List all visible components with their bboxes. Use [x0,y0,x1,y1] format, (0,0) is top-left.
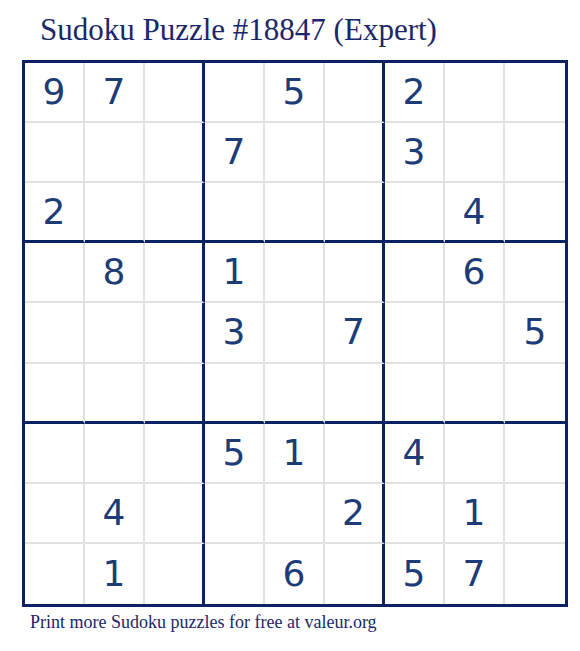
cell-r1c8 [445,63,505,123]
cell-r8c1 [25,484,85,544]
cell-r4c8: 6 [445,243,505,303]
cell-r1c6 [325,63,385,123]
cell-r7c2 [85,424,145,484]
cell-r1c1: 9 [25,63,85,123]
cell-r3c2 [85,183,145,243]
cell-r7c4: 5 [205,424,265,484]
cell-r2c1 [25,123,85,183]
cell-r6c5 [265,364,325,424]
cell-r5c1 [25,303,85,363]
cell-r3c6 [325,183,385,243]
cell-r8c6: 2 [325,484,385,544]
cell-r2c3 [145,123,205,183]
cell-r8c3 [145,484,205,544]
cell-r1c4 [205,63,265,123]
cell-r4c7 [385,243,445,303]
cell-r1c9 [505,63,565,123]
cell-r1c5: 5 [265,63,325,123]
cell-r7c7: 4 [385,424,445,484]
cell-r6c1 [25,364,85,424]
cell-r9c5: 6 [265,544,325,604]
cell-r4c3 [145,243,205,303]
cell-r3c8: 4 [445,183,505,243]
cell-r2c2 [85,123,145,183]
cell-r5c4: 3 [205,303,265,363]
cell-r7c3 [145,424,205,484]
cell-r2c7: 3 [385,123,445,183]
cell-r6c7 [385,364,445,424]
cell-r1c3 [145,63,205,123]
sudoku-grid: 975273248163755144211657 [22,60,568,607]
cell-r9c3 [145,544,205,604]
cell-r5c5 [265,303,325,363]
cell-r8c5 [265,484,325,544]
footer-text: Print more Sudoku puzzles for free at va… [30,612,377,633]
cell-r3c5 [265,183,325,243]
cell-r8c8: 1 [445,484,505,544]
cell-r6c6 [325,364,385,424]
page-title: Sudoku Puzzle #18847 (Expert) [40,12,437,48]
cell-r9c8: 7 [445,544,505,604]
cell-r6c8 [445,364,505,424]
cell-r6c4 [205,364,265,424]
cell-r2c5 [265,123,325,183]
cell-r3c1: 2 [25,183,85,243]
cell-r6c2 [85,364,145,424]
cell-r2c8 [445,123,505,183]
cell-r9c7: 5 [385,544,445,604]
cell-r7c6 [325,424,385,484]
cell-r9c9 [505,544,565,604]
cell-r7c9 [505,424,565,484]
cell-r7c5: 1 [265,424,325,484]
sudoku-page: Sudoku Puzzle #18847 (Expert) 9752732481… [0,0,580,651]
cell-r5c2 [85,303,145,363]
cell-r9c6 [325,544,385,604]
cell-r2c9 [505,123,565,183]
cell-r4c1 [25,243,85,303]
cell-r9c1 [25,544,85,604]
cell-r2c6 [325,123,385,183]
cell-r8c2: 4 [85,484,145,544]
cell-r4c6 [325,243,385,303]
cell-r3c7 [385,183,445,243]
cell-r2c4: 7 [205,123,265,183]
cell-r6c3 [145,364,205,424]
cell-r8c9 [505,484,565,544]
cell-r9c2: 1 [85,544,145,604]
cell-r8c7 [385,484,445,544]
cell-r4c2: 8 [85,243,145,303]
cell-r1c2: 7 [85,63,145,123]
cell-r3c4 [205,183,265,243]
cell-r5c9: 5 [505,303,565,363]
cell-r4c5 [265,243,325,303]
cell-r4c9 [505,243,565,303]
cell-r9c4 [205,544,265,604]
cell-r8c4 [205,484,265,544]
cell-r5c3 [145,303,205,363]
cell-r3c3 [145,183,205,243]
cell-r4c4: 1 [205,243,265,303]
cell-r5c8 [445,303,505,363]
cell-r1c7: 2 [385,63,445,123]
cell-r7c1 [25,424,85,484]
cell-r6c9 [505,364,565,424]
cell-r7c8 [445,424,505,484]
cell-r5c7 [385,303,445,363]
cell-r3c9 [505,183,565,243]
cell-r5c6: 7 [325,303,385,363]
